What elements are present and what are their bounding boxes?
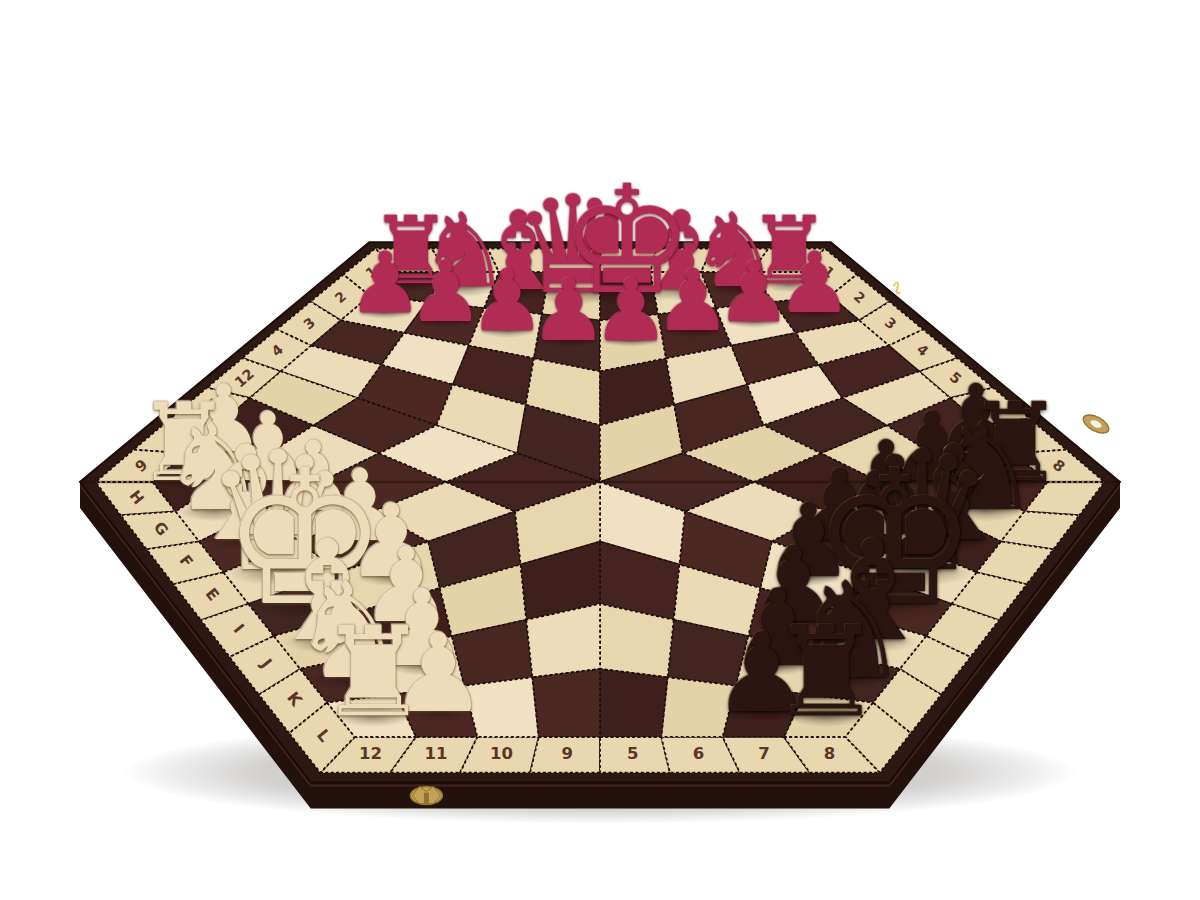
pieces-layer: ♜♜♞♞♝♝♛♚♟♟♟♟♟♟♟♟♟♟♜♟♜♟♞♟♞♟♝♟♝♟♛♛♟♟♚♚♟♟♝♝… — [0, 0, 1200, 900]
piece-red-pawn[interactable]: ♟ — [593, 267, 670, 353]
product-photo-scene: 1234567812111095678HGFEIJKL12341211109 ♜… — [0, 0, 1200, 900]
piece-white-rook[interactable]: ♜ — [318, 611, 429, 735]
piece-black-rook[interactable]: ♜ — [771, 611, 882, 735]
